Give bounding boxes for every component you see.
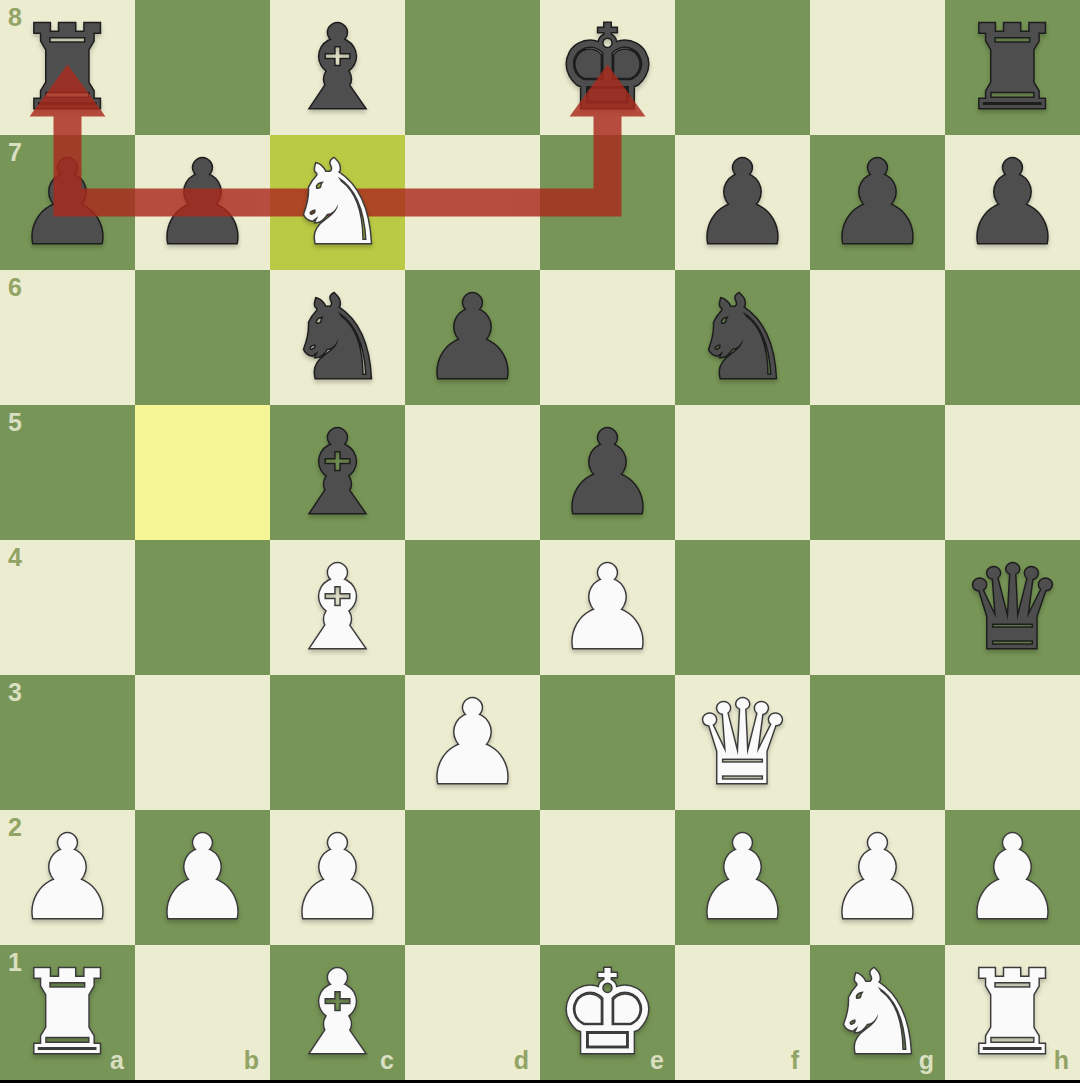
square-f8[interactable] bbox=[675, 0, 810, 135]
square-a3[interactable] bbox=[0, 675, 135, 810]
piece-black-pawn[interactable]: ♟ bbox=[16, 145, 120, 261]
square-e8[interactable]: ♚ bbox=[540, 0, 675, 135]
piece-black-bishop[interactable]: ♝ bbox=[286, 415, 390, 531]
piece-white-bishop[interactable]: ♝ bbox=[286, 550, 390, 666]
square-h8[interactable]: ♜ bbox=[945, 0, 1080, 135]
square-g5[interactable] bbox=[810, 405, 945, 540]
square-a1[interactable]: ♜ bbox=[0, 945, 135, 1080]
square-c5[interactable]: ♝ bbox=[270, 405, 405, 540]
board-squares: ♜♝♚♜♟♟♞♟♟♟♞♟♞♝♟♝♟♛♟♛♟♟♟♟♟♟♜♝♚♞♜ bbox=[0, 0, 1080, 1080]
square-g4[interactable] bbox=[810, 540, 945, 675]
piece-black-king[interactable]: ♚ bbox=[556, 10, 660, 126]
square-b5[interactable] bbox=[135, 405, 270, 540]
piece-white-pawn[interactable]: ♟ bbox=[826, 820, 930, 936]
piece-white-bishop[interactable]: ♝ bbox=[286, 955, 390, 1071]
square-h1[interactable]: ♜ bbox=[945, 945, 1080, 1080]
piece-black-bishop[interactable]: ♝ bbox=[286, 10, 390, 126]
square-c1[interactable]: ♝ bbox=[270, 945, 405, 1080]
square-e6[interactable] bbox=[540, 270, 675, 405]
piece-black-pawn[interactable]: ♟ bbox=[961, 145, 1065, 261]
square-c6[interactable]: ♞ bbox=[270, 270, 405, 405]
piece-white-rook[interactable]: ♜ bbox=[16, 955, 120, 1071]
square-e4[interactable]: ♟ bbox=[540, 540, 675, 675]
square-g1[interactable]: ♞ bbox=[810, 945, 945, 1080]
piece-black-knight[interactable]: ♞ bbox=[691, 280, 795, 396]
square-c2[interactable]: ♟ bbox=[270, 810, 405, 945]
square-h5[interactable] bbox=[945, 405, 1080, 540]
square-c4[interactable]: ♝ bbox=[270, 540, 405, 675]
piece-white-knight[interactable]: ♞ bbox=[286, 145, 390, 261]
piece-white-pawn[interactable]: ♟ bbox=[16, 820, 120, 936]
square-d6[interactable]: ♟ bbox=[405, 270, 540, 405]
chess-board: ♜♝♚♜♟♟♞♟♟♟♞♟♞♝♟♝♟♛♟♛♟♟♟♟♟♟♜♝♚♞♜ 87654321… bbox=[0, 0, 1080, 1080]
piece-white-knight[interactable]: ♞ bbox=[826, 955, 930, 1071]
square-g8[interactable] bbox=[810, 0, 945, 135]
square-h3[interactable] bbox=[945, 675, 1080, 810]
piece-black-pawn[interactable]: ♟ bbox=[691, 145, 795, 261]
square-f3[interactable]: ♛ bbox=[675, 675, 810, 810]
square-d2[interactable] bbox=[405, 810, 540, 945]
square-h7[interactable]: ♟ bbox=[945, 135, 1080, 270]
square-a7[interactable]: ♟ bbox=[0, 135, 135, 270]
square-h2[interactable]: ♟ bbox=[945, 810, 1080, 945]
piece-black-pawn[interactable]: ♟ bbox=[151, 145, 255, 261]
square-e3[interactable] bbox=[540, 675, 675, 810]
square-a2[interactable]: ♟ bbox=[0, 810, 135, 945]
square-f2[interactable]: ♟ bbox=[675, 810, 810, 945]
square-e2[interactable] bbox=[540, 810, 675, 945]
piece-white-rook[interactable]: ♜ bbox=[961, 955, 1065, 1071]
square-e7[interactable] bbox=[540, 135, 675, 270]
square-d7[interactable] bbox=[405, 135, 540, 270]
square-h6[interactable] bbox=[945, 270, 1080, 405]
piece-white-queen[interactable]: ♛ bbox=[691, 685, 795, 801]
square-f5[interactable] bbox=[675, 405, 810, 540]
square-b1[interactable] bbox=[135, 945, 270, 1080]
square-d8[interactable] bbox=[405, 0, 540, 135]
square-f4[interactable] bbox=[675, 540, 810, 675]
square-e5[interactable]: ♟ bbox=[540, 405, 675, 540]
square-b6[interactable] bbox=[135, 270, 270, 405]
square-g3[interactable] bbox=[810, 675, 945, 810]
piece-white-pawn[interactable]: ♟ bbox=[961, 820, 1065, 936]
square-d3[interactable]: ♟ bbox=[405, 675, 540, 810]
square-c8[interactable]: ♝ bbox=[270, 0, 405, 135]
piece-white-pawn[interactable]: ♟ bbox=[691, 820, 795, 936]
square-b7[interactable]: ♟ bbox=[135, 135, 270, 270]
square-a5[interactable] bbox=[0, 405, 135, 540]
square-f7[interactable]: ♟ bbox=[675, 135, 810, 270]
square-g7[interactable]: ♟ bbox=[810, 135, 945, 270]
square-b8[interactable] bbox=[135, 0, 270, 135]
square-d1[interactable] bbox=[405, 945, 540, 1080]
square-c7[interactable]: ♞ bbox=[270, 135, 405, 270]
square-a8[interactable]: ♜ bbox=[0, 0, 135, 135]
square-g6[interactable] bbox=[810, 270, 945, 405]
square-d5[interactable] bbox=[405, 405, 540, 540]
square-b4[interactable] bbox=[135, 540, 270, 675]
square-f6[interactable]: ♞ bbox=[675, 270, 810, 405]
piece-white-pawn[interactable]: ♟ bbox=[421, 685, 525, 801]
square-a6[interactable] bbox=[0, 270, 135, 405]
square-a4[interactable] bbox=[0, 540, 135, 675]
square-e1[interactable]: ♚ bbox=[540, 945, 675, 1080]
piece-black-rook[interactable]: ♜ bbox=[16, 10, 120, 126]
piece-black-pawn[interactable]: ♟ bbox=[826, 145, 930, 261]
square-f1[interactable] bbox=[675, 945, 810, 1080]
square-c3[interactable] bbox=[270, 675, 405, 810]
square-b2[interactable]: ♟ bbox=[135, 810, 270, 945]
square-h4[interactable]: ♛ bbox=[945, 540, 1080, 675]
piece-black-queen[interactable]: ♛ bbox=[961, 550, 1065, 666]
piece-black-knight[interactable]: ♞ bbox=[286, 280, 390, 396]
square-d4[interactable] bbox=[405, 540, 540, 675]
piece-white-king[interactable]: ♚ bbox=[556, 955, 660, 1071]
square-g2[interactable]: ♟ bbox=[810, 810, 945, 945]
piece-black-rook[interactable]: ♜ bbox=[961, 10, 1065, 126]
piece-black-pawn[interactable]: ♟ bbox=[556, 415, 660, 531]
piece-black-pawn[interactable]: ♟ bbox=[421, 280, 525, 396]
square-b3[interactable] bbox=[135, 675, 270, 810]
piece-white-pawn[interactable]: ♟ bbox=[286, 820, 390, 936]
piece-white-pawn[interactable]: ♟ bbox=[151, 820, 255, 936]
piece-white-pawn[interactable]: ♟ bbox=[556, 550, 660, 666]
